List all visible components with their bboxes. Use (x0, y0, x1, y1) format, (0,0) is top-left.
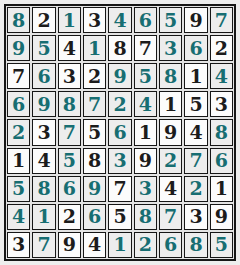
cell-r3c2-solved-digit[interactable]: 6 (32, 63, 55, 89)
cell-r1c9-solved-digit[interactable]: 7 (210, 7, 233, 33)
cell-r4c5-solved-digit[interactable]: 2 (108, 91, 131, 117)
cell-r4c8-given-digit[interactable]: 5 (184, 91, 207, 117)
cell-r8c8-given-digit[interactable]: 3 (184, 204, 207, 230)
cell-r8c9-given-digit[interactable]: 9 (210, 204, 233, 230)
cell-r6c9-solved-digit[interactable]: 6 (210, 148, 233, 174)
cell-r7c9-given-digit[interactable]: 1 (210, 176, 233, 202)
cell-r3c3-given-digit[interactable]: 3 (58, 63, 81, 89)
cell-r2c8-solved-digit[interactable]: 6 (184, 35, 207, 61)
cell-r6c5-solved-digit[interactable]: 3 (108, 148, 131, 174)
cell-r6c7-solved-digit[interactable]: 2 (159, 148, 182, 174)
cell-r1c7-solved-digit[interactable]: 5 (159, 7, 182, 33)
cell-r2c2-solved-digit[interactable]: 5 (32, 35, 55, 61)
sudoku-page: 8213465979541873627632958146987241532375… (0, 0, 240, 265)
cell-r3c6-solved-digit[interactable]: 5 (134, 63, 157, 89)
cell-r4c4-solved-digit[interactable]: 7 (83, 91, 106, 117)
cell-r5c5-solved-digit[interactable]: 6 (108, 119, 131, 145)
cell-r1c3-solved-digit[interactable]: 1 (58, 7, 81, 33)
cell-r6c4-given-digit[interactable]: 8 (83, 148, 106, 174)
cell-r2c7-solved-digit[interactable]: 3 (159, 35, 182, 61)
cell-r1c4-given-digit[interactable]: 3 (83, 7, 106, 33)
cell-r1c8-given-digit[interactable]: 9 (184, 7, 207, 33)
cell-r6c3-solved-digit[interactable]: 5 (58, 148, 81, 174)
cell-r5c1-solved-digit[interactable]: 2 (7, 119, 30, 145)
cell-r7c1-solved-digit[interactable]: 5 (7, 176, 30, 202)
cell-r4c1-solved-digit[interactable]: 6 (7, 91, 30, 117)
cell-r3c7-solved-digit[interactable]: 8 (159, 63, 182, 89)
cell-r7c3-solved-digit[interactable]: 6 (58, 176, 81, 202)
cell-r8c6-solved-digit[interactable]: 8 (134, 204, 157, 230)
cell-r9c3-given-digit[interactable]: 9 (58, 232, 81, 258)
cell-r9c7-solved-digit[interactable]: 6 (159, 232, 182, 258)
cell-r7c4-solved-digit[interactable]: 9 (83, 176, 106, 202)
cell-r8c7-solved-digit[interactable]: 7 (159, 204, 182, 230)
cell-r3c5-solved-digit[interactable]: 9 (108, 63, 131, 89)
cell-r4c7-given-digit[interactable]: 1 (159, 91, 182, 117)
cell-r9c2-solved-digit[interactable]: 7 (32, 232, 55, 258)
cell-r4c6-solved-digit[interactable]: 4 (134, 91, 157, 117)
cell-r8c5-given-digit[interactable]: 5 (108, 204, 131, 230)
cell-r2c3-given-digit[interactable]: 4 (58, 35, 81, 61)
cell-r9c1-given-digit[interactable]: 3 (7, 232, 30, 258)
cell-r1c1-solved-digit[interactable]: 8 (7, 7, 30, 33)
cell-r5c7-given-digit[interactable]: 9 (159, 119, 182, 145)
cell-r4c3-solved-digit[interactable]: 8 (58, 91, 81, 117)
cell-r7c6-solved-digit[interactable]: 3 (134, 176, 157, 202)
cell-r6c1-given-digit[interactable]: 1 (7, 148, 30, 174)
cell-r3c4-given-digit[interactable]: 2 (83, 63, 106, 89)
cell-r8c1-solved-digit[interactable]: 4 (7, 204, 30, 230)
cell-r2c6-given-digit[interactable]: 7 (134, 35, 157, 61)
cell-r9c5-solved-digit[interactable]: 1 (108, 232, 131, 258)
cell-r9c9-solved-digit[interactable]: 5 (210, 232, 233, 258)
cell-r7c2-solved-digit[interactable]: 8 (32, 176, 55, 202)
cell-r9c8-solved-digit[interactable]: 8 (184, 232, 207, 258)
cell-r8c2-solved-digit[interactable]: 1 (32, 204, 55, 230)
cell-r5c2-given-digit[interactable]: 3 (32, 119, 55, 145)
cell-r5c8-given-digit[interactable]: 4 (184, 119, 207, 145)
cell-r4c9-given-digit[interactable]: 3 (210, 91, 233, 117)
cell-r2c4-solved-digit[interactable]: 1 (83, 35, 106, 61)
cell-r2c9-given-digit[interactable]: 2 (210, 35, 233, 61)
cell-r6c6-given-digit[interactable]: 9 (134, 148, 157, 174)
cell-r1c6-solved-digit[interactable]: 6 (134, 7, 157, 33)
cell-r3c9-solved-digit[interactable]: 4 (210, 63, 233, 89)
cell-r1c2-given-digit[interactable]: 2 (32, 7, 55, 33)
cell-r7c8-solved-digit[interactable]: 2 (184, 176, 207, 202)
cell-r6c2-given-digit[interactable]: 4 (32, 148, 55, 174)
cell-r8c3-given-digit[interactable]: 2 (58, 204, 81, 230)
cell-r3c8-given-digit[interactable]: 1 (184, 63, 207, 89)
cell-r6c8-solved-digit[interactable]: 7 (184, 148, 207, 174)
cell-r1c5-solved-digit[interactable]: 4 (108, 7, 131, 33)
cell-r7c5-given-digit[interactable]: 7 (108, 176, 131, 202)
cell-r2c5-given-digit[interactable]: 8 (108, 35, 131, 61)
cell-r5c6-given-digit[interactable]: 1 (134, 119, 157, 145)
cell-r5c4-given-digit[interactable]: 5 (83, 119, 106, 145)
cell-r2c1-solved-digit[interactable]: 9 (7, 35, 30, 61)
cell-r4c2-solved-digit[interactable]: 9 (32, 91, 55, 117)
cell-r7c7-given-digit[interactable]: 4 (159, 176, 182, 202)
cell-r5c9-solved-digit[interactable]: 8 (210, 119, 233, 145)
cell-r9c6-solved-digit[interactable]: 2 (134, 232, 157, 258)
cell-r9c4-given-digit[interactable]: 4 (83, 232, 106, 258)
sudoku-board: 8213465979541873627632958146987241532375… (4, 4, 236, 261)
cell-r5c3-solved-digit[interactable]: 7 (58, 119, 81, 145)
cell-r8c4-solved-digit[interactable]: 6 (83, 204, 106, 230)
cell-r3c1-given-digit[interactable]: 7 (7, 63, 30, 89)
